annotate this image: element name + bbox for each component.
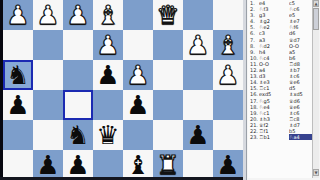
square-c7[interactable]: ♟ (63, 150, 93, 180)
square-d5[interactable] (93, 90, 123, 120)
square-g6[interactable]: ♟ (183, 120, 213, 150)
scroll-down-icon[interactable]: ▼ (313, 169, 319, 176)
square-b7[interactable]: ♟ (33, 150, 63, 180)
white-pawn[interactable]: ♟ (186, 31, 209, 59)
black-queen[interactable]: ♛ (96, 121, 119, 149)
black-knight[interactable]: ♞ (6, 61, 29, 89)
black-bishop[interactable]: ♝ (126, 151, 149, 179)
black-knight[interactable]: ♞ (66, 121, 89, 149)
square-a4[interactable]: ♞ (3, 60, 33, 90)
square-d7[interactable] (93, 150, 123, 180)
chess-board: ♟♟♟♝♛♟♟♝♞♟♟♟♟♟♞♛♟♟♟♝♜♟ (3, 0, 243, 180)
black-pawn[interactable]: ♟ (66, 151, 89, 179)
square-g5[interactable] (183, 90, 213, 120)
square-d6[interactable]: ♛ (93, 120, 123, 150)
square-f7[interactable]: ♜ (153, 150, 183, 180)
square-f2[interactable]: ♛ (153, 0, 183, 30)
square-b6[interactable] (33, 120, 63, 150)
white-pawn[interactable]: ♟ (96, 31, 119, 59)
square-c5[interactable] (63, 90, 93, 120)
board-bottom-crop-strip (0, 177, 243, 180)
square-b5[interactable] (33, 90, 63, 120)
square-h3[interactable]: ♝ (213, 30, 243, 60)
square-d2[interactable]: ♝ (93, 0, 123, 30)
white-pawn[interactable]: ♟ (66, 1, 89, 29)
square-e7[interactable]: ♝ (123, 150, 153, 180)
white-bishop[interactable]: ♝ (96, 1, 119, 29)
square-e2[interactable] (123, 0, 153, 30)
black-pawn[interactable]: ♟ (186, 121, 209, 149)
square-b4[interactable] (33, 60, 63, 90)
square-g4[interactable] (183, 60, 213, 90)
square-d4[interactable]: ♟ (93, 60, 123, 90)
square-h5[interactable] (213, 90, 243, 120)
square-a7[interactable] (3, 150, 33, 180)
white-pawn[interactable]: ♟ (36, 1, 59, 29)
square-g3[interactable]: ♟ (183, 30, 213, 60)
square-e4[interactable]: ♟ (123, 60, 153, 90)
square-g7[interactable] (183, 150, 213, 180)
black-pawn[interactable]: ♟ (36, 151, 59, 179)
square-b3[interactable] (33, 30, 63, 60)
square-h4[interactable]: ♟ (213, 60, 243, 90)
black-pawn[interactable]: ♟ (216, 151, 239, 179)
scroll-up-icon[interactable]: ▲ (313, 0, 319, 7)
square-c3[interactable] (63, 30, 93, 60)
square-h7[interactable]: ♟ (213, 150, 243, 180)
move-list-panel: 1.e4c52.♘f3♘c63.g3e54.♗g2♗e75.♘e2♘f66.c3… (246, 0, 320, 180)
white-pawn[interactable]: ♟ (6, 1, 29, 29)
black-move-current[interactable]: ♘a4 (289, 134, 313, 140)
square-e6[interactable] (123, 120, 153, 150)
move-list[interactable]: 1.e4c52.♘f3♘c63.g3e54.♗g2♗e75.♘e2♘f66.c3… (248, 0, 313, 178)
square-a5[interactable]: ♟ (3, 90, 33, 120)
square-e5[interactable]: ♟ (123, 90, 153, 120)
square-d3[interactable]: ♟ (93, 30, 123, 60)
chess-app-window: ♟♟♟♝♛♟♟♝♞♟♟♟♟♟♞♛♟♟♟♝♜♟ 1.e4c52.♘f3♘c63.g… (0, 0, 320, 180)
white-bishop[interactable]: ♝ (216, 31, 239, 59)
square-h6[interactable] (213, 120, 243, 150)
square-c4[interactable] (63, 60, 93, 90)
black-pawn[interactable]: ♟ (6, 91, 29, 119)
white-rook[interactable]: ♜ (156, 151, 179, 179)
square-a2[interactable]: ♟ (3, 0, 33, 30)
square-g2[interactable] (183, 0, 213, 30)
square-f3[interactable] (153, 30, 183, 60)
square-h2[interactable] (213, 0, 243, 30)
white-pawn[interactable]: ♟ (216, 61, 239, 89)
square-a6[interactable] (3, 120, 33, 150)
square-a3[interactable] (3, 30, 33, 60)
white-queen[interactable]: ♛ (156, 1, 179, 29)
move-row-23[interactable]: 23.♖b1♘a4 (248, 134, 312, 140)
white-pawn[interactable]: ♟ (126, 61, 149, 89)
square-f5[interactable] (153, 90, 183, 120)
move-list-scrollbar[interactable]: ▲ ▼ (312, 0, 319, 178)
black-pawn[interactable]: ♟ (126, 91, 149, 119)
square-c2[interactable]: ♟ (63, 0, 93, 30)
black-pawn[interactable]: ♟ (96, 61, 119, 89)
square-f6[interactable] (153, 120, 183, 150)
white-move[interactable]: ♖b1 (259, 134, 289, 140)
square-b2[interactable]: ♟ (33, 0, 63, 30)
square-c6[interactable]: ♞ (63, 120, 93, 150)
scrollbar-thumb[interactable] (313, 8, 319, 30)
square-e3[interactable] (123, 30, 153, 60)
square-f4[interactable] (153, 60, 183, 90)
move-number: 23. (248, 134, 259, 140)
